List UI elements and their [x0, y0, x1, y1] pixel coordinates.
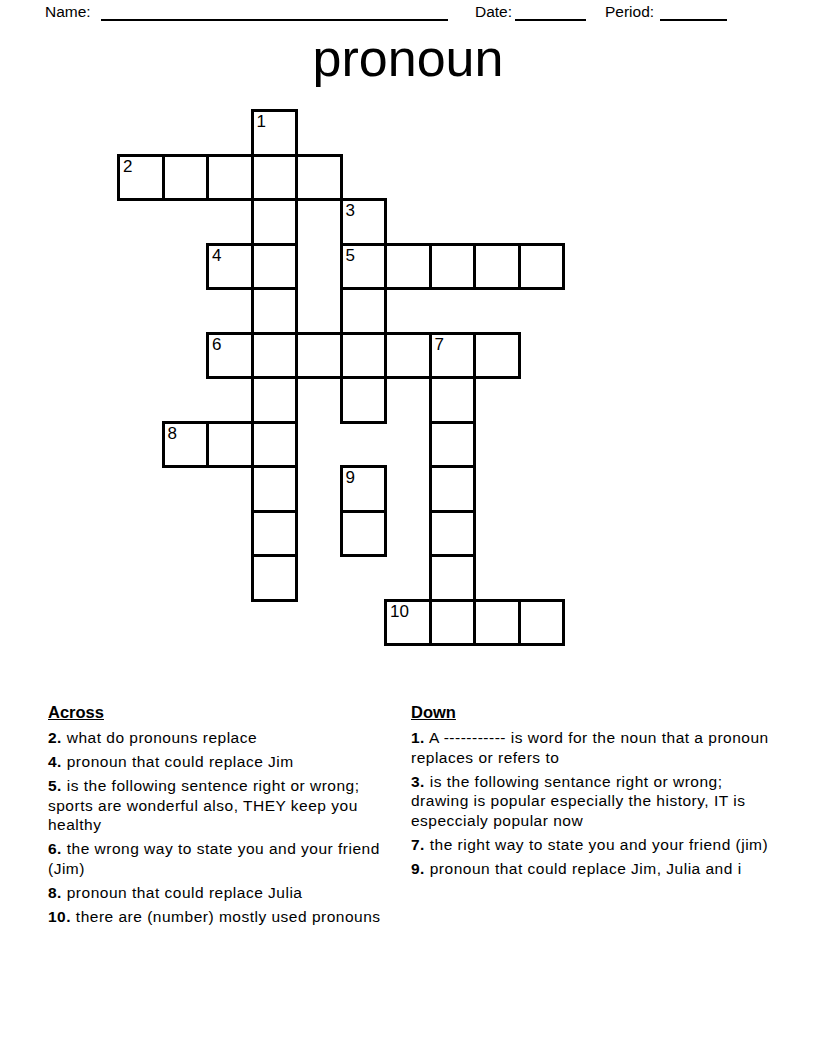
period-blank-line[interactable]: [660, 19, 727, 21]
cell-number-1: 1: [257, 112, 266, 131]
down-clue-3: 3. is the following sentance right or wr…: [411, 772, 779, 831]
grid-cell-r1c4[interactable]: 1: [251, 109, 299, 157]
grid-cell-r12c9[interactable]: [473, 599, 521, 647]
grid-cell-r2c5[interactable]: [295, 154, 343, 202]
clue-number: 2.: [48, 729, 62, 746]
worksheet-page: Name: Date: Period: pronoun 12345678910 …: [0, 0, 816, 1056]
grid-cell-r8c4[interactable]: [251, 421, 299, 469]
grid-cell-r6c7[interactable]: [384, 332, 432, 380]
grid-cell-r4c7[interactable]: [384, 243, 432, 291]
across-clues-section: Across 2. what do pronouns replace4. pro…: [48, 702, 393, 931]
grid-cell-r6c8[interactable]: 7: [429, 332, 477, 380]
clue-number: 9.: [411, 860, 425, 877]
cell-number-2: 2: [123, 157, 132, 176]
grid-cell-r4c4[interactable]: [251, 243, 299, 291]
grid-cell-r4c10[interactable]: [518, 243, 566, 291]
grid-cell-r2c4[interactable]: [251, 154, 299, 202]
grid-cell-r7c6[interactable]: [340, 376, 388, 424]
across-clue-10: 10. there are (number) mostly used prono…: [48, 907, 393, 927]
name-blank-line[interactable]: [101, 19, 448, 21]
grid-cell-r11c8[interactable]: [429, 554, 477, 602]
grid-cell-r9c8[interactable]: [429, 465, 477, 513]
grid-cell-r5c4[interactable]: [251, 287, 299, 335]
grid-cell-r6c3[interactable]: 6: [206, 332, 254, 380]
period-label: Period:: [605, 3, 654, 21]
grid-cell-r6c9[interactable]: [473, 332, 521, 380]
grid-cell-r9c6[interactable]: 9: [340, 465, 388, 513]
grid-cell-r3c6[interactable]: 3: [340, 198, 388, 246]
grid-cell-r10c8[interactable]: [429, 510, 477, 558]
cell-number-10: 10: [390, 602, 409, 621]
date-blank-line[interactable]: [515, 19, 586, 21]
clue-number: 5.: [48, 777, 62, 794]
across-clue-6: 6. the wrong way to state you and your f…: [48, 839, 393, 878]
grid-cell-r11c4[interactable]: [251, 554, 299, 602]
clue-number: 1.: [411, 729, 425, 746]
grid-cell-r4c3[interactable]: 4: [206, 243, 254, 291]
cell-number-8: 8: [168, 424, 177, 443]
grid-cell-r10c4[interactable]: [251, 510, 299, 558]
down-clue-1: 1. A ----------- is word for the noun th…: [411, 728, 779, 767]
grid-cell-r10c6[interactable]: [340, 510, 388, 558]
clue-number: 7.: [411, 836, 425, 853]
grid-cell-r6c5[interactable]: [295, 332, 343, 380]
puzzle-title: pronoun: [0, 28, 816, 88]
cell-number-5: 5: [346, 246, 355, 265]
down-clues-list: 1. A ----------- is word for the noun th…: [411, 728, 779, 878]
grid-cell-r9c4[interactable]: [251, 465, 299, 513]
clue-number: 6.: [48, 840, 62, 857]
cell-number-9: 9: [346, 468, 355, 487]
clue-number: 8.: [48, 884, 62, 901]
clue-number: 10.: [48, 908, 71, 925]
grid-cell-r4c8[interactable]: [429, 243, 477, 291]
across-clue-2: 2. what do pronouns replace: [48, 728, 393, 748]
grid-cell-r8c2[interactable]: 8: [162, 421, 210, 469]
across-clue-5: 5. is the following sentence right or wr…: [48, 776, 393, 835]
grid-cell-r2c3[interactable]: [206, 154, 254, 202]
across-heading: Across: [48, 702, 393, 722]
cell-number-6: 6: [212, 335, 221, 354]
grid-cell-r6c6[interactable]: [340, 332, 388, 380]
down-clue-7: 7. the right way to state you and your f…: [411, 835, 779, 855]
down-clue-9: 9. pronoun that could replace Jim, Julia…: [411, 859, 779, 879]
grid-cell-r6c4[interactable]: [251, 332, 299, 380]
date-label: Date:: [475, 3, 512, 21]
grid-cell-r12c8[interactable]: [429, 599, 477, 647]
across-clues-list: 2. what do pronouns replace4. pronoun th…: [48, 728, 393, 926]
grid-cell-r4c6[interactable]: 5: [340, 243, 388, 291]
grid-cell-r12c10[interactable]: [518, 599, 566, 647]
cell-number-3: 3: [346, 201, 355, 220]
grid-cell-r8c8[interactable]: [429, 421, 477, 469]
across-clue-8: 8. pronoun that could replace Julia: [48, 883, 393, 903]
grid-cell-r2c2[interactable]: [162, 154, 210, 202]
grid-cell-r7c8[interactable]: [429, 376, 477, 424]
down-clues-section: Down 1. A ----------- is word for the no…: [411, 702, 779, 883]
grid-cell-r2c1[interactable]: 2: [117, 154, 165, 202]
grid-cell-r4c9[interactable]: [473, 243, 521, 291]
grid-cell-r7c4[interactable]: [251, 376, 299, 424]
grid-cell-r8c3[interactable]: [206, 421, 254, 469]
grid-cell-r12c7[interactable]: 10: [384, 599, 432, 647]
cell-number-4: 4: [212, 246, 221, 265]
down-heading: Down: [411, 702, 779, 722]
cell-number-7: 7: [435, 335, 444, 354]
grid-cell-r5c6[interactable]: [340, 287, 388, 335]
name-label: Name:: [45, 3, 91, 21]
across-clue-4: 4. pronoun that could replace Jim: [48, 752, 393, 772]
crossword-grid: 12345678910: [117, 109, 565, 646]
grid-cell-r3c4[interactable]: [251, 198, 299, 246]
clue-number: 4.: [48, 753, 62, 770]
clue-number: 3.: [411, 773, 425, 790]
